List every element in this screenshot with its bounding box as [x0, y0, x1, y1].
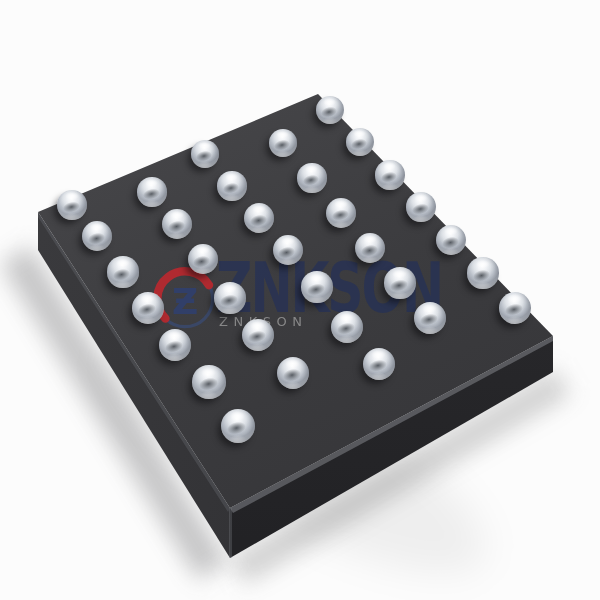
bga-chip-photo: Ƶ ZNKSON ZNKSON [0, 0, 600, 600]
solder-ball [375, 160, 404, 189]
solder-ball [214, 282, 246, 314]
solder-ball [406, 192, 436, 222]
solder-ball [217, 171, 246, 200]
solder-ball [107, 256, 138, 287]
solder-ball [242, 319, 274, 351]
solder-ball [221, 409, 255, 443]
solder-ball [244, 203, 274, 233]
solder-ball [414, 302, 446, 334]
solder-ball [137, 177, 167, 207]
solder-ball [57, 190, 87, 220]
solder-ball [326, 198, 356, 228]
solder-ball [467, 257, 498, 288]
solder-ball [384, 267, 415, 298]
logo-z-glyph: Ƶ [172, 280, 198, 323]
solder-ball [162, 209, 192, 239]
solder-ball [192, 365, 225, 398]
solder-ball [297, 163, 326, 192]
solder-ball [331, 311, 363, 343]
solder-ball [132, 292, 164, 324]
solder-ball [316, 96, 344, 124]
solder-ball [499, 292, 531, 324]
solder-ball [301, 271, 332, 302]
